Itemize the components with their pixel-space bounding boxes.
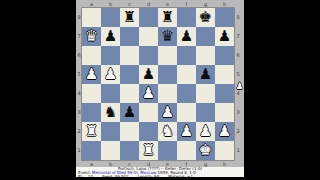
square-e8[interactable]: ♜: [158, 8, 177, 27]
stats-line: Pl: ...10 Seed: 89,802 Length: 98 Materi…: [78, 175, 242, 179]
square-f7[interactable]: ♟: [177, 27, 196, 46]
black-king-g8: ♚: [196, 8, 215, 27]
square-h1[interactable]: [215, 141, 234, 160]
square-g2[interactable]: ♟: [196, 122, 215, 141]
square-h2[interactable]: ♟: [215, 122, 234, 141]
square-b6[interactable]: [101, 46, 120, 65]
white-pawn-b5: ♟: [101, 65, 120, 84]
square-a7[interactable]: ♛: [82, 27, 101, 46]
black-pawn-b7: ♟: [101, 27, 120, 46]
square-a4[interactable]: [82, 84, 101, 103]
white-pawn-g2: ♟: [196, 122, 215, 141]
square-a2[interactable]: ♜: [82, 122, 101, 141]
white-pawn-d4: ♟: [139, 84, 158, 103]
square-a8[interactable]: [82, 8, 101, 27]
stat-length: Length: 98: [138, 175, 160, 179]
file-label-a: a: [82, 0, 101, 8]
square-d5[interactable]: ♟: [139, 65, 158, 84]
square-e2[interactable]: ♞: [158, 122, 177, 141]
file-label-c: c: [120, 0, 139, 8]
square-h5[interactable]: [215, 65, 234, 84]
square-g6[interactable]: [196, 46, 215, 65]
square-e5[interactable]: [158, 65, 177, 84]
square-f4[interactable]: [177, 84, 196, 103]
white-rook-a2: ♜: [82, 122, 101, 141]
square-f6[interactable]: [177, 46, 196, 65]
square-c2[interactable]: [120, 122, 139, 141]
square-a3[interactable]: [82, 103, 101, 122]
letterbox-left: [0, 0, 76, 180]
white-pawn-a5: ♟: [82, 65, 101, 84]
square-g1[interactable]: ♚: [196, 141, 215, 160]
rank-label-1: 1: [235, 141, 241, 160]
square-f1[interactable]: [177, 141, 196, 160]
square-h6[interactable]: [215, 46, 234, 65]
square-f8[interactable]: [177, 8, 196, 27]
square-d1[interactable]: ♜: [139, 141, 158, 160]
square-d8[interactable]: [139, 8, 158, 27]
black-queen-e7: ♛: [158, 27, 177, 46]
square-h8[interactable]: [215, 8, 234, 27]
file-labels-bottom: abcdefgh: [82, 160, 234, 167]
square-b1[interactable]: [101, 141, 120, 160]
white-pawn-e3: ♟: [158, 103, 177, 122]
square-a5[interactable]: ♟: [82, 65, 101, 84]
rank-label-6: 6: [235, 46, 241, 65]
square-e1[interactable]: [158, 141, 177, 160]
square-a1[interactable]: [82, 141, 101, 160]
black-pawn-d5: ♟: [139, 65, 158, 84]
file-label-f: f: [177, 0, 196, 8]
square-b4[interactable]: [101, 84, 120, 103]
rank-label-2: 2: [235, 122, 241, 141]
board-frame: abcdefgh 87654321 ♜♜♚♛♟♛♟♟♟♟♟♟♟♞♟♟♜♞♟♟♟♜…: [76, 0, 244, 177]
square-c1[interactable]: [120, 141, 139, 160]
square-c8[interactable]: ♜: [120, 8, 139, 27]
square-h7[interactable]: ♟: [215, 27, 234, 46]
white-queen-a7: ♛: [82, 27, 101, 46]
square-b2[interactable]: [101, 122, 120, 141]
black-rook-e8: ♜: [158, 8, 177, 27]
square-d7[interactable]: [139, 27, 158, 46]
stat-material: Material: +1: [168, 175, 193, 179]
square-d6[interactable]: [139, 46, 158, 65]
square-e7[interactable]: ♛: [158, 27, 177, 46]
square-c5[interactable]: [120, 65, 139, 84]
black-pawn-h7: ♟: [215, 27, 234, 46]
file-labels-top: abcdefgh: [82, 0, 234, 8]
square-d2[interactable]: [139, 122, 158, 141]
square-b5[interactable]: ♟: [101, 65, 120, 84]
white-king-g1: ♚: [196, 141, 215, 160]
square-g8[interactable]: ♚: [196, 8, 215, 27]
game-info-panel: Portisch, Lajos (????) -- Keller, Dieter…: [76, 167, 244, 177]
file-label-h: h: [215, 0, 234, 8]
white-knight-e2: ♞: [158, 122, 177, 141]
file-label-b: b: [101, 0, 120, 8]
square-f2[interactable]: ♟: [177, 122, 196, 141]
square-d3[interactable]: [139, 103, 158, 122]
square-c7[interactable]: [120, 27, 139, 46]
square-e6[interactable]: [158, 46, 177, 65]
square-c3[interactable]: ♟: [120, 103, 139, 122]
black-pawn-g5: ♟: [196, 65, 215, 84]
material-indicator-pawn: ♟: [234, 80, 245, 92]
square-d4[interactable]: ♟: [139, 84, 158, 103]
white-pawn-h2: ♟: [215, 122, 234, 141]
square-b8[interactable]: [101, 8, 120, 27]
white-pawn-f2: ♟: [177, 122, 196, 141]
stat-pl: Pl: ...10: [78, 175, 93, 179]
square-c6[interactable]: [120, 46, 139, 65]
file-label-d: d: [139, 0, 158, 8]
file-label-e: e: [158, 0, 177, 8]
rank-label-7: 7: [235, 27, 241, 46]
square-g4[interactable]: [196, 84, 215, 103]
black-knight-b3: ♞: [101, 103, 120, 122]
square-e3[interactable]: ♟: [158, 103, 177, 122]
square-g7[interactable]: [196, 27, 215, 46]
rank-label-3: 3: [235, 103, 241, 122]
chess-board[interactable]: ♜♜♚♛♟♛♟♟♟♟♟♟♟♞♟♟♜♞♟♟♟♜♚: [82, 8, 234, 160]
square-g3[interactable]: [196, 103, 215, 122]
square-b3[interactable]: ♞: [101, 103, 120, 122]
square-f5[interactable]: [177, 65, 196, 84]
black-pawn-c3: ♟: [120, 103, 139, 122]
square-h3[interactable]: [215, 103, 234, 122]
square-e4[interactable]: [158, 84, 177, 103]
square-f3[interactable]: [177, 103, 196, 122]
file-label-g: g: [196, 0, 215, 8]
square-a6[interactable]: [82, 46, 101, 65]
square-b7[interactable]: ♟: [101, 27, 120, 46]
white-rook-d1: ♜: [139, 141, 158, 160]
square-h4[interactable]: [215, 84, 234, 103]
letterbox-right: [244, 0, 320, 180]
black-rook-c8: ♜: [120, 8, 139, 27]
black-pawn-f7: ♟: [177, 27, 196, 46]
square-c4[interactable]: [120, 84, 139, 103]
rank-label-8: 8: [235, 8, 241, 27]
stat-seed: Seed: 89,802: [102, 175, 129, 179]
square-g5[interactable]: ♟: [196, 65, 215, 84]
